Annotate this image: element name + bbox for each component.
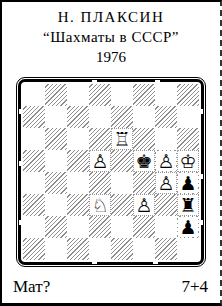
square-a6 bbox=[23, 128, 45, 150]
chessboard: ♖♙♚♙♔♙♟♘♙♜♟ bbox=[23, 84, 199, 260]
square-g5: ♙ bbox=[155, 150, 177, 172]
square-f4 bbox=[133, 172, 155, 194]
square-a7 bbox=[23, 106, 45, 128]
square-e8 bbox=[111, 84, 133, 106]
square-g7 bbox=[155, 106, 177, 128]
square-h3: ♜ bbox=[177, 194, 199, 216]
square-f1 bbox=[133, 238, 155, 260]
square-b8 bbox=[45, 84, 67, 106]
square-b4 bbox=[45, 172, 67, 194]
square-c3 bbox=[67, 194, 89, 216]
square-c1 bbox=[67, 238, 89, 260]
white-pawn-g5: ♙ bbox=[156, 151, 175, 171]
black-rook-h3: ♜ bbox=[179, 195, 196, 215]
square-g6 bbox=[155, 128, 177, 150]
frame-notch bbox=[200, 109, 203, 114]
square-c5 bbox=[67, 150, 89, 172]
square-a8 bbox=[23, 84, 45, 106]
square-g2 bbox=[155, 216, 177, 238]
frame-notch bbox=[92, 261, 97, 264]
frame-notch bbox=[200, 174, 203, 179]
square-g8 bbox=[155, 84, 177, 106]
white-pawn-g4: ♙ bbox=[157, 173, 174, 193]
square-d8 bbox=[89, 84, 111, 106]
black-king-f5: ♚ bbox=[135, 151, 152, 171]
publication-year: 1976 bbox=[2, 47, 220, 67]
square-b5 bbox=[45, 150, 67, 172]
square-h7 bbox=[177, 106, 199, 128]
scanned-diagram-page: Н. ПЛАКСИН “Шахматы в СССР” 1976 ♖♙♚♙♔♙♟… bbox=[0, 0, 222, 306]
diagram-caption: Мат? 7+4 bbox=[2, 276, 220, 298]
square-f6 bbox=[133, 128, 155, 150]
square-h2: ♟ bbox=[177, 216, 199, 238]
chessboard-frame: ♖♙♚♙♔♙♟♘♙♜♟ bbox=[16, 77, 206, 267]
square-a1 bbox=[23, 238, 45, 260]
square-a5 bbox=[23, 150, 45, 172]
white-pawn-d5: ♙ bbox=[91, 151, 108, 171]
composer-name: Н. ПЛАКСИН bbox=[2, 7, 220, 27]
frame-notch bbox=[19, 161, 22, 166]
square-h4: ♟ bbox=[177, 172, 199, 194]
square-b7 bbox=[45, 106, 67, 128]
square-c6 bbox=[67, 128, 89, 150]
diagram-header: Н. ПЛАКСИН “Шахматы в СССР” 1976 bbox=[2, 7, 220, 67]
black-pawn-h4: ♟ bbox=[178, 173, 197, 193]
square-d5: ♙ bbox=[89, 150, 111, 172]
square-a2 bbox=[23, 216, 45, 238]
square-h6 bbox=[177, 128, 199, 150]
square-d6 bbox=[89, 128, 111, 150]
frame-notch bbox=[155, 80, 160, 83]
white-rook-e6: ♖ bbox=[113, 129, 130, 149]
square-e6: ♖ bbox=[111, 128, 133, 150]
black-pawn-h2: ♟ bbox=[178, 217, 197, 237]
stipulation-text: Мат? bbox=[13, 276, 50, 298]
square-c2 bbox=[67, 216, 89, 238]
square-b3 bbox=[45, 194, 67, 216]
frame-notch bbox=[153, 261, 158, 264]
square-d7 bbox=[89, 106, 111, 128]
square-e7 bbox=[111, 106, 133, 128]
square-e2 bbox=[111, 216, 133, 238]
square-a4 bbox=[23, 172, 45, 194]
square-d2 bbox=[89, 216, 111, 238]
square-d3: ♘ bbox=[89, 194, 111, 216]
source-title: “Шахматы в СССР” bbox=[2, 27, 220, 47]
square-d1 bbox=[89, 238, 111, 260]
square-b6 bbox=[45, 128, 67, 150]
white-knight-d3: ♘ bbox=[91, 195, 108, 215]
material-count: 7+4 bbox=[181, 276, 208, 298]
square-e4 bbox=[111, 172, 133, 194]
square-b2 bbox=[45, 216, 67, 238]
frame-notch bbox=[200, 220, 203, 225]
square-h5: ♔ bbox=[177, 150, 199, 172]
square-c4 bbox=[67, 172, 89, 194]
frame-notch bbox=[92, 80, 97, 83]
square-c7 bbox=[67, 106, 89, 128]
square-h1 bbox=[177, 238, 199, 260]
square-f7 bbox=[133, 106, 155, 128]
square-h8 bbox=[177, 84, 199, 106]
chessboard-inner-frame: ♖♙♚♙♔♙♟♘♙♜♟ bbox=[18, 79, 204, 265]
square-c8 bbox=[67, 84, 89, 106]
square-f2 bbox=[133, 216, 155, 238]
square-e5 bbox=[111, 150, 133, 172]
square-g3 bbox=[155, 194, 177, 216]
square-g1 bbox=[155, 238, 177, 260]
square-f5: ♚ bbox=[133, 150, 155, 172]
square-b1 bbox=[45, 238, 67, 260]
frame-notch bbox=[19, 220, 22, 225]
white-king-h5: ♔ bbox=[179, 151, 196, 171]
frame-notch bbox=[19, 109, 22, 114]
square-a3 bbox=[23, 194, 45, 216]
square-e1 bbox=[111, 238, 133, 260]
white-pawn-f3: ♙ bbox=[135, 195, 152, 215]
square-e3 bbox=[111, 194, 133, 216]
square-f8 bbox=[133, 84, 155, 106]
square-d4 bbox=[89, 172, 111, 194]
square-g4: ♙ bbox=[155, 172, 177, 194]
square-f3: ♙ bbox=[133, 194, 155, 216]
